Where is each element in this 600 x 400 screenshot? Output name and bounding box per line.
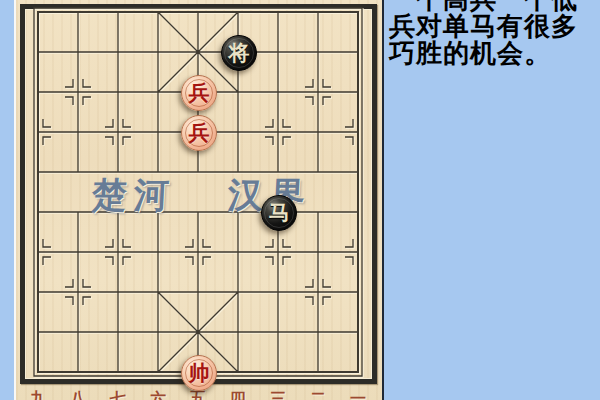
file-label: 九 [28, 389, 48, 400]
red-soldier-low-piece[interactable]: 兵 [181, 115, 217, 151]
left-separator [14, 0, 16, 400]
black-horse-piece[interactable]: 马 [261, 195, 297, 231]
black-general-piece[interactable]: 将 [221, 35, 257, 71]
red-soldier-high-piece[interactable]: 兵 [181, 75, 217, 111]
file-label: 二 [308, 389, 328, 400]
file-label: 三 [268, 389, 288, 400]
file-label: 一 [348, 389, 368, 400]
commentary-line-3: 巧胜的机会。 [389, 40, 599, 67]
board-grid[interactable] [16, 0, 382, 400]
commentary-panel: 一个高兵一个低 兵对单马有很多 巧胜的机会。 [384, 0, 600, 400]
red-general-piece[interactable]: 帅 [181, 355, 217, 391]
file-label: 八 [68, 389, 88, 400]
file-label: 七 [108, 389, 128, 400]
commentary-line-2: 兵对单马有很多 [389, 13, 599, 40]
commentary-text: 一个高兵一个低 兵对单马有很多 巧胜的机会。 [389, 0, 599, 67]
river-label-chu: 楚河 [91, 176, 177, 214]
file-label: 四 [228, 389, 248, 400]
board-panel: 楚河 汉界 九八七六五四三二一 将兵兵马帅 [16, 0, 382, 400]
file-label: 六 [148, 389, 168, 400]
screen: 楚河 汉界 九八七六五四三二一 将兵兵马帅 一个高兵一个低 兵对单马有很多 巧胜… [0, 0, 600, 400]
